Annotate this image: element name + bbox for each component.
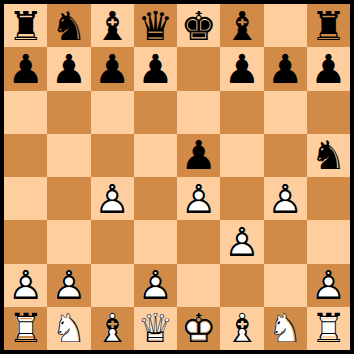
white-pawn[interactable]: ♟♙ [177, 177, 220, 220]
square-d1[interactable]: ♛♕ [134, 307, 177, 350]
square-d5[interactable] [134, 134, 177, 177]
square-e3[interactable] [177, 220, 220, 263]
white-queen-outline: ♕ [134, 307, 177, 350]
square-g3[interactable] [264, 220, 307, 263]
square-d7[interactable]: ♟ [134, 47, 177, 90]
white-pawn-outline: ♙ [47, 264, 90, 307]
black-king[interactable]: ♚ [177, 4, 220, 47]
square-g7[interactable]: ♟ [264, 47, 307, 90]
square-e2[interactable] [177, 264, 220, 307]
square-c5[interactable] [91, 134, 134, 177]
white-pawn-outline: ♙ [264, 177, 307, 220]
square-f6[interactable] [220, 91, 263, 134]
square-g5[interactable] [264, 134, 307, 177]
black-pawn-glyph: ♟ [91, 47, 134, 90]
white-pawn-fill: ♟ [220, 220, 263, 263]
square-h6[interactable] [307, 91, 350, 134]
white-king-outline: ♔ [177, 307, 220, 350]
square-e8[interactable]: ♚ [177, 4, 220, 47]
white-pawn-fill: ♟ [4, 264, 47, 307]
square-c6[interactable] [91, 91, 134, 134]
black-pawn[interactable]: ♟ [134, 47, 177, 90]
black-pawn[interactable]: ♟ [47, 47, 90, 90]
black-knight-glyph: ♞ [47, 4, 90, 47]
white-pawn[interactable]: ♟♙ [91, 177, 134, 220]
white-pawn-outline: ♙ [4, 264, 47, 307]
white-pawn-outline: ♙ [307, 264, 350, 307]
square-b6[interactable] [47, 91, 90, 134]
square-h4[interactable] [307, 177, 350, 220]
square-a4[interactable] [4, 177, 47, 220]
square-b1[interactable]: ♞♘ [47, 307, 90, 350]
square-e6[interactable] [177, 91, 220, 134]
black-knight-glyph: ♞ [307, 134, 350, 177]
black-pawn-glyph: ♟ [264, 47, 307, 90]
square-f8[interactable]: ♝ [220, 4, 263, 47]
square-b2[interactable]: ♟♙ [47, 264, 90, 307]
square-c7[interactable]: ♟ [91, 47, 134, 90]
black-pawn[interactable]: ♟ [264, 47, 307, 90]
square-h3[interactable] [307, 220, 350, 263]
white-rook-outline: ♖ [4, 307, 47, 350]
square-a2[interactable]: ♟♙ [4, 264, 47, 307]
white-bishop-fill: ♝ [220, 307, 263, 350]
black-pawn-glyph: ♟ [220, 47, 263, 90]
square-d3[interactable] [134, 220, 177, 263]
black-bishop-glyph: ♝ [220, 4, 263, 47]
square-e7[interactable] [177, 47, 220, 90]
white-bishop-outline: ♗ [91, 307, 134, 350]
white-bishop-outline: ♗ [220, 307, 263, 350]
white-pawn-fill: ♟ [307, 264, 350, 307]
white-pawn[interactable]: ♟♙ [47, 264, 90, 307]
black-rook-glyph: ♜ [307, 4, 350, 47]
white-knight[interactable]: ♞♘ [47, 307, 90, 350]
black-queen-glyph: ♛ [134, 4, 177, 47]
square-f3[interactable]: ♟♙ [220, 220, 263, 263]
square-a5[interactable] [4, 134, 47, 177]
black-pawn-glyph: ♟ [177, 134, 220, 177]
black-bishop[interactable]: ♝ [220, 4, 263, 47]
square-g4[interactable]: ♟♙ [264, 177, 307, 220]
square-a1[interactable]: ♜♖ [4, 307, 47, 350]
black-queen[interactable]: ♛ [134, 4, 177, 47]
square-c4[interactable]: ♟♙ [91, 177, 134, 220]
square-f4[interactable] [220, 177, 263, 220]
white-rook[interactable]: ♜♖ [4, 307, 47, 350]
black-pawn[interactable]: ♟ [91, 47, 134, 90]
black-knight[interactable]: ♞ [47, 4, 90, 47]
white-bishop[interactable]: ♝♗ [220, 307, 263, 350]
square-g8[interactable] [264, 4, 307, 47]
square-d8[interactable]: ♛ [134, 4, 177, 47]
square-f5[interactable] [220, 134, 263, 177]
white-pawn[interactable]: ♟♙ [4, 264, 47, 307]
square-d4[interactable] [134, 177, 177, 220]
square-g2[interactable] [264, 264, 307, 307]
square-e5[interactable]: ♟ [177, 134, 220, 177]
square-h1[interactable]: ♜♖ [307, 307, 350, 350]
black-pawn-glyph: ♟ [47, 47, 90, 90]
white-pawn-fill: ♟ [91, 177, 134, 220]
chess-board: ♜♞♝♛♚♝♜♟♟♟♟♟♟♟♟♞♟♙♟♙♟♙♟♙♟♙♟♙♟♙♟♙♜♖♞♘♝♗♛♕… [4, 4, 350, 350]
white-pawn-outline: ♙ [134, 264, 177, 307]
white-rook-fill: ♜ [4, 307, 47, 350]
black-rook[interactable]: ♜ [307, 4, 350, 47]
black-bishop-glyph: ♝ [91, 4, 134, 47]
white-pawn[interactable]: ♟♙ [307, 264, 350, 307]
white-pawn-outline: ♙ [91, 177, 134, 220]
black-pawn[interactable]: ♟ [220, 47, 263, 90]
white-queen-fill: ♛ [134, 307, 177, 350]
black-knight[interactable]: ♞ [307, 134, 350, 177]
square-b8[interactable]: ♞ [47, 4, 90, 47]
square-f7[interactable]: ♟ [220, 47, 263, 90]
black-rook[interactable]: ♜ [4, 4, 47, 47]
black-pawn-glyph: ♟ [134, 47, 177, 90]
white-pawn[interactable]: ♟♙ [134, 264, 177, 307]
white-rook[interactable]: ♜♖ [307, 307, 350, 350]
square-a6[interactable] [4, 91, 47, 134]
black-pawn-glyph: ♟ [4, 47, 47, 90]
white-pawn-fill: ♟ [177, 177, 220, 220]
white-queen[interactable]: ♛♕ [134, 307, 177, 350]
square-c3[interactable] [91, 220, 134, 263]
white-knight-outline: ♘ [264, 307, 307, 350]
white-bishop-fill: ♝ [91, 307, 134, 350]
square-e1[interactable]: ♚♔ [177, 307, 220, 350]
black-king-glyph: ♚ [177, 4, 220, 47]
square-f1[interactable]: ♝♗ [220, 307, 263, 350]
white-rook-fill: ♜ [307, 307, 350, 350]
square-b4[interactable] [47, 177, 90, 220]
square-h8[interactable]: ♜ [307, 4, 350, 47]
square-d6[interactable] [134, 91, 177, 134]
white-pawn-outline: ♙ [177, 177, 220, 220]
square-g1[interactable]: ♞♘ [264, 307, 307, 350]
white-pawn-fill: ♟ [264, 177, 307, 220]
square-h7[interactable]: ♟ [307, 47, 350, 90]
black-pawn-glyph: ♟ [307, 47, 350, 90]
square-c8[interactable]: ♝ [91, 4, 134, 47]
square-c2[interactable] [91, 264, 134, 307]
square-h5[interactable]: ♞ [307, 134, 350, 177]
square-d2[interactable]: ♟♙ [134, 264, 177, 307]
white-knight-outline: ♘ [47, 307, 90, 350]
black-bishop[interactable]: ♝ [91, 4, 134, 47]
white-knight-fill: ♞ [264, 307, 307, 350]
white-knight-fill: ♞ [47, 307, 90, 350]
white-pawn[interactable]: ♟♙ [264, 177, 307, 220]
black-pawn[interactable]: ♟ [4, 47, 47, 90]
white-pawn-fill: ♟ [47, 264, 90, 307]
square-a3[interactable] [4, 220, 47, 263]
square-b5[interactable] [47, 134, 90, 177]
white-king-fill: ♚ [177, 307, 220, 350]
white-pawn-fill: ♟ [134, 264, 177, 307]
square-c1[interactable]: ♝♗ [91, 307, 134, 350]
square-f2[interactable] [220, 264, 263, 307]
black-rook-glyph: ♜ [4, 4, 47, 47]
board-frame: ♜♞♝♛♚♝♜♟♟♟♟♟♟♟♟♞♟♙♟♙♟♙♟♙♟♙♟♙♟♙♟♙♜♖♞♘♝♗♛♕… [0, 0, 354, 354]
square-b7[interactable]: ♟ [47, 47, 90, 90]
square-e4[interactable]: ♟♙ [177, 177, 220, 220]
white-knight[interactable]: ♞♘ [264, 307, 307, 350]
white-rook-outline: ♖ [307, 307, 350, 350]
square-h2[interactable]: ♟♙ [307, 264, 350, 307]
square-g6[interactable] [264, 91, 307, 134]
white-king[interactable]: ♚♔ [177, 307, 220, 350]
black-pawn[interactable]: ♟ [307, 47, 350, 90]
square-b3[interactable] [47, 220, 90, 263]
white-pawn-outline: ♙ [220, 220, 263, 263]
square-a7[interactable]: ♟ [4, 47, 47, 90]
square-a8[interactable]: ♜ [4, 4, 47, 47]
black-pawn[interactable]: ♟ [177, 134, 220, 177]
white-bishop[interactable]: ♝♗ [91, 307, 134, 350]
white-pawn[interactable]: ♟♙ [220, 220, 263, 263]
